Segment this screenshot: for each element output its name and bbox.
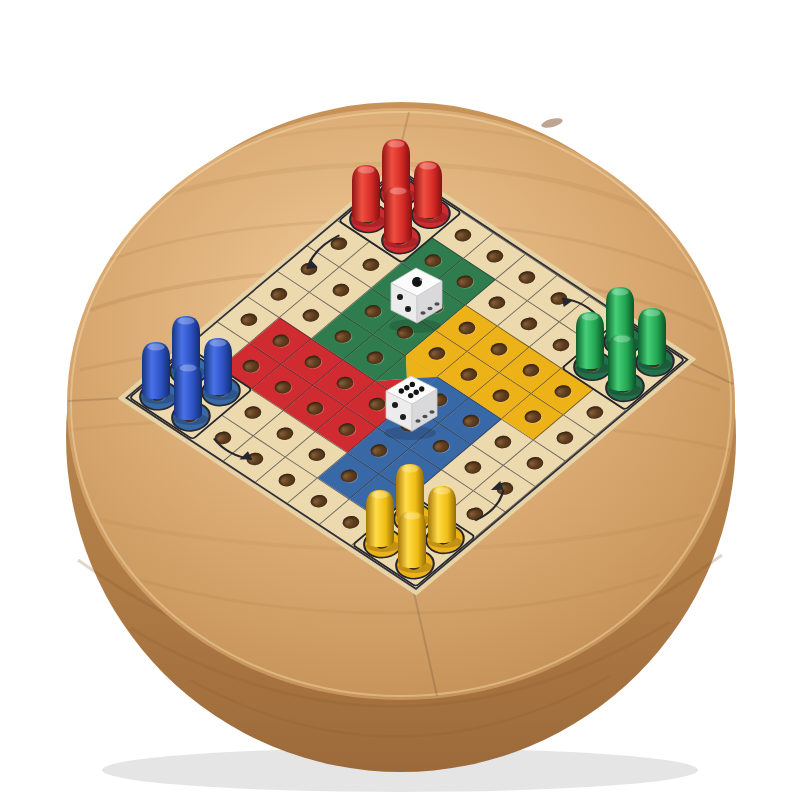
die-2[interactable] (384, 376, 437, 440)
red-pegs (352, 139, 448, 248)
peg-yellow-2[interactable] (366, 490, 400, 552)
die-1[interactable] (389, 268, 442, 333)
pieces-layer (0, 0, 800, 800)
peg-red-3[interactable] (414, 161, 448, 223)
peg-blue-2[interactable] (142, 342, 176, 404)
blue-pegs (142, 316, 238, 425)
scene (0, 0, 800, 800)
yellow-pegs (366, 464, 462, 573)
green-pegs (576, 287, 672, 396)
peg-yellow-3[interactable] (428, 486, 462, 548)
peg-green-2[interactable] (576, 312, 610, 374)
peg-green-3[interactable] (638, 308, 672, 370)
peg-red-2[interactable] (352, 165, 386, 227)
peg-blue-3[interactable] (204, 338, 238, 400)
